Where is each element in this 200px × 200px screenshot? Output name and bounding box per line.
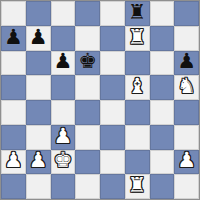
square-e6[interactable] — [100, 51, 125, 76]
black-rook-piece[interactable]: ♜ — [128, 2, 147, 23]
square-c4[interactable] — [51, 100, 76, 125]
square-b5[interactable] — [26, 75, 51, 100]
square-e7[interactable] — [100, 26, 125, 51]
square-f7[interactable]: ♜ — [125, 26, 150, 51]
square-h6[interactable]: ♟ — [174, 51, 199, 76]
square-h5[interactable]: ♞ — [174, 75, 199, 100]
square-a8[interactable] — [1, 1, 26, 26]
square-b1[interactable] — [26, 174, 51, 199]
white-pawn-piece[interactable]: ♟ — [53, 126, 72, 147]
square-g7[interactable] — [150, 26, 175, 51]
white-pawn-piece[interactable]: ♟ — [29, 150, 48, 171]
black-pawn-piece[interactable]: ♟ — [177, 51, 196, 72]
square-d8[interactable] — [75, 1, 100, 26]
square-a5[interactable] — [1, 75, 26, 100]
square-c3[interactable]: ♟ — [51, 125, 76, 150]
square-d5[interactable] — [75, 75, 100, 100]
square-g8[interactable] — [150, 1, 175, 26]
square-b7[interactable]: ♟ — [26, 26, 51, 51]
square-f8[interactable]: ♜ — [125, 1, 150, 26]
white-knight-piece[interactable]: ♞ — [177, 76, 196, 97]
square-c6[interactable]: ♟ — [51, 51, 76, 76]
square-a2[interactable]: ♟ — [1, 150, 26, 175]
square-b8[interactable] — [26, 1, 51, 26]
square-d3[interactable] — [75, 125, 100, 150]
square-e2[interactable] — [100, 150, 125, 175]
square-b2[interactable]: ♟ — [26, 150, 51, 175]
square-f2[interactable] — [125, 150, 150, 175]
black-king-piece[interactable]: ♚ — [78, 51, 97, 72]
square-h8[interactable] — [174, 1, 199, 26]
square-g5[interactable] — [150, 75, 175, 100]
square-h7[interactable] — [174, 26, 199, 51]
chess-board: ♜♟♟♜♟♚♟♝♞♟♟♟♚♟♜ — [0, 0, 200, 200]
white-rook-piece[interactable]: ♜ — [128, 27, 147, 48]
square-e5[interactable] — [100, 75, 125, 100]
square-d4[interactable] — [75, 100, 100, 125]
square-a4[interactable] — [1, 100, 26, 125]
square-e3[interactable] — [100, 125, 125, 150]
square-b3[interactable] — [26, 125, 51, 150]
chess-board-grid: ♜♟♟♜♟♚♟♝♞♟♟♟♚♟♜ — [0, 0, 200, 200]
square-g6[interactable] — [150, 51, 175, 76]
square-h1[interactable] — [174, 174, 199, 199]
square-b6[interactable] — [26, 51, 51, 76]
square-e8[interactable] — [100, 1, 125, 26]
square-c5[interactable] — [51, 75, 76, 100]
white-pawn-piece[interactable]: ♟ — [177, 150, 196, 171]
square-g1[interactable] — [150, 174, 175, 199]
square-f4[interactable] — [125, 100, 150, 125]
square-g2[interactable] — [150, 150, 175, 175]
square-h2[interactable]: ♟ — [174, 150, 199, 175]
black-pawn-piece[interactable]: ♟ — [53, 51, 72, 72]
square-b4[interactable] — [26, 100, 51, 125]
square-f5[interactable]: ♝ — [125, 75, 150, 100]
square-d1[interactable] — [75, 174, 100, 199]
square-h3[interactable] — [174, 125, 199, 150]
square-c8[interactable] — [51, 1, 76, 26]
square-h4[interactable] — [174, 100, 199, 125]
square-g4[interactable] — [150, 100, 175, 125]
square-a1[interactable] — [1, 174, 26, 199]
square-f1[interactable]: ♜ — [125, 174, 150, 199]
square-e4[interactable] — [100, 100, 125, 125]
square-a7[interactable]: ♟ — [1, 26, 26, 51]
square-e1[interactable] — [100, 174, 125, 199]
square-c2[interactable]: ♚ — [51, 150, 76, 175]
black-pawn-piece[interactable]: ♟ — [29, 27, 48, 48]
square-d7[interactable] — [75, 26, 100, 51]
square-d2[interactable] — [75, 150, 100, 175]
square-f3[interactable] — [125, 125, 150, 150]
white-rook-piece[interactable]: ♜ — [128, 175, 147, 196]
black-pawn-piece[interactable]: ♟ — [4, 27, 23, 48]
square-a6[interactable] — [1, 51, 26, 76]
white-king-piece[interactable]: ♚ — [53, 150, 72, 171]
white-bishop-piece[interactable]: ♝ — [128, 76, 147, 97]
square-g3[interactable] — [150, 125, 175, 150]
square-d6[interactable]: ♚ — [75, 51, 100, 76]
square-a3[interactable] — [1, 125, 26, 150]
square-c1[interactable] — [51, 174, 76, 199]
square-c7[interactable] — [51, 26, 76, 51]
white-pawn-piece[interactable]: ♟ — [4, 150, 23, 171]
square-f6[interactable] — [125, 51, 150, 76]
